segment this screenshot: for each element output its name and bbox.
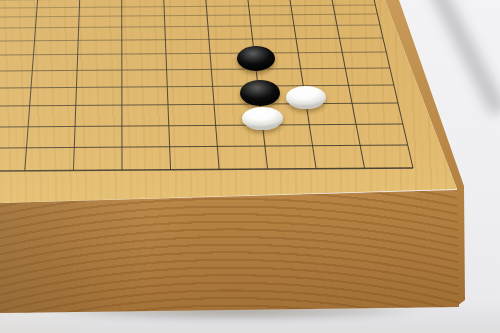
goban-photo [0, 0, 500, 333]
